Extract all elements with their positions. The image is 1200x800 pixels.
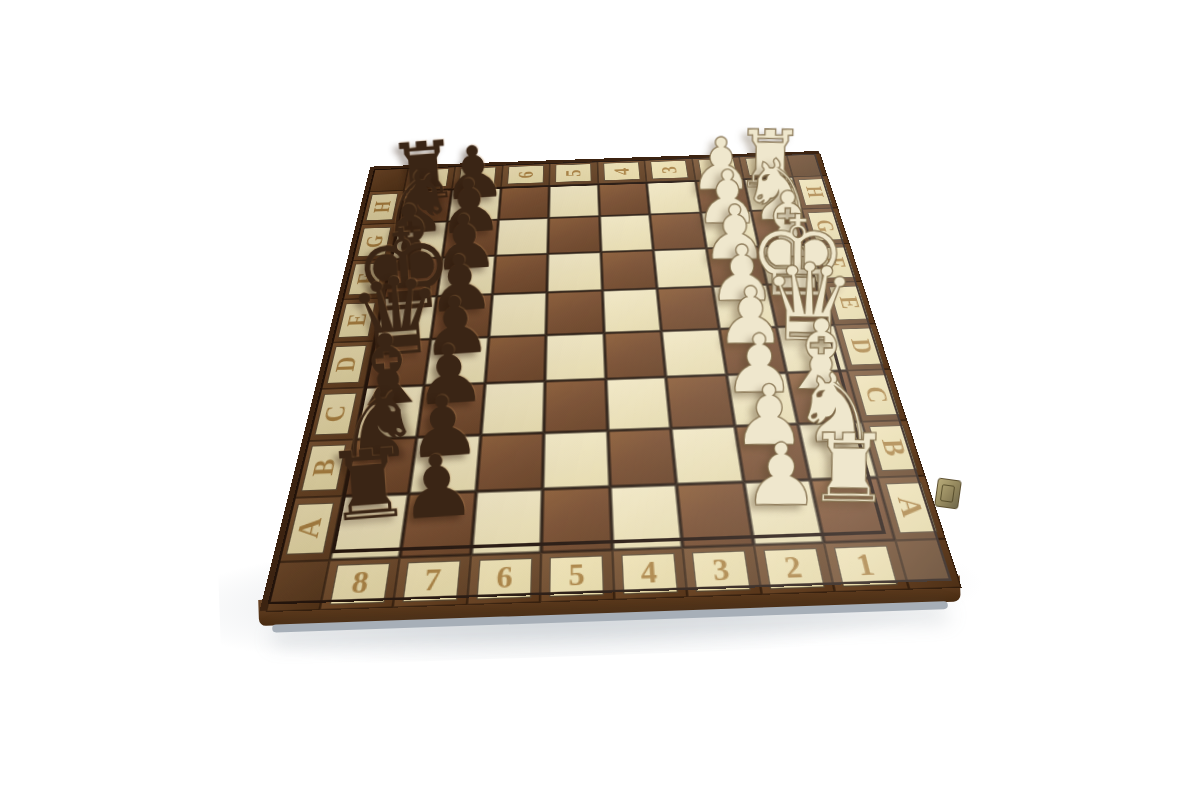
file-label-right-A: A <box>891 496 928 517</box>
square-c6 <box>480 381 545 434</box>
rank-label-bottom-1: 1 <box>853 549 877 581</box>
square-a5 <box>541 486 612 552</box>
coordinate-cell: 6 <box>466 552 541 605</box>
square-d4 <box>603 330 665 378</box>
coordinate-cell: 5 <box>549 161 598 185</box>
coordinate-cell: 3 <box>644 158 695 182</box>
square-f4 <box>600 249 657 290</box>
rank-label-top-6: 6 <box>514 170 536 178</box>
coordinate-cell: 4 <box>597 159 646 183</box>
coordinate-cell: 8 <box>318 557 399 610</box>
square-b5 <box>542 430 609 489</box>
square-e5 <box>545 290 603 334</box>
rank-label-bottom-5: 5 <box>568 559 585 591</box>
rank-label-bottom-3: 3 <box>710 554 730 586</box>
rank-label-bottom-6: 6 <box>495 562 513 594</box>
square-a4 <box>609 484 682 549</box>
coordinate-cell: 2 <box>753 542 835 594</box>
file-label-left-A: A <box>292 517 328 539</box>
rank-label-bottom-8: 8 <box>349 567 371 599</box>
square-a6 <box>470 489 542 555</box>
square-c4 <box>605 376 670 429</box>
coordinate-cell: 4 <box>611 547 687 600</box>
rank-label-bottom-4: 4 <box>639 557 657 589</box>
square-g5 <box>547 216 600 253</box>
square-b6 <box>475 432 543 491</box>
rook-glyph: ♜ <box>806 421 892 517</box>
pawn-glyph: ♟ <box>396 441 479 532</box>
square-d5 <box>544 332 604 380</box>
rank-label-top-5: 5 <box>562 169 584 177</box>
chess-set-photo: 87654321HHGGFFEEDDCCBBAA87654321 ♜♟♟♜♞♟♟… <box>0 0 1200 800</box>
brass-clasp-icon <box>934 477 962 509</box>
square-b4 <box>607 427 676 486</box>
rank-label-bottom-7: 7 <box>422 564 442 596</box>
rank-label-top-4: 4 <box>610 167 632 175</box>
square-e4 <box>601 288 660 332</box>
square-f5 <box>546 251 601 292</box>
rank-label-bottom-2: 2 <box>782 552 804 584</box>
square-g4 <box>599 214 653 251</box>
square-a3 <box>676 482 753 547</box>
coordinate-cell: 6 <box>500 162 549 186</box>
piece-white-rook-a1: ♜ <box>806 421 892 517</box>
coordinate-cell: 7 <box>392 554 470 607</box>
coordinate-cell: 5 <box>540 549 614 602</box>
rank-label-top-3: 3 <box>658 165 681 173</box>
square-h4 <box>597 181 649 215</box>
coordinate-cell: 3 <box>682 544 761 597</box>
square-c5 <box>543 379 606 432</box>
piece-black-pawn-a7: ♟ <box>396 441 479 532</box>
coordinate-cell: 1 <box>823 539 908 591</box>
square-h5 <box>548 183 599 218</box>
